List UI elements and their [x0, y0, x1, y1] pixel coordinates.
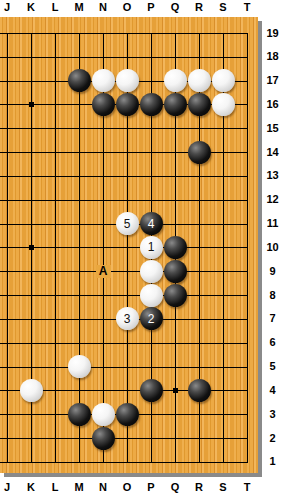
coordinate-label-row-19: 19	[262, 27, 283, 39]
coordinate-label-top-M: M	[71, 1, 87, 13]
go-diagram: JKLMNOPQRST JKLMNOPQRST 1918171615141312…	[0, 0, 284, 500]
black-stone-M3	[68, 403, 91, 426]
coordinate-label-top-O: O	[119, 1, 135, 13]
coordinate-label-top-R: R	[191, 1, 207, 13]
coordinate-label-row-15: 15	[262, 122, 283, 134]
grid-line-row-9	[0, 271, 248, 272]
coordinate-label-bottom-Q: Q	[167, 481, 183, 493]
coordinate-label-row-10: 10	[262, 241, 283, 253]
grid-line-row-12	[0, 200, 248, 201]
coordinate-label-top-K: K	[23, 1, 39, 13]
coordinate-label-top-T: T	[239, 1, 255, 13]
coordinate-label-row-18: 18	[262, 50, 283, 62]
coordinate-label-bottom-L: L	[47, 481, 63, 493]
coordinate-label-row-14: 14	[262, 146, 283, 158]
black-stone-P11-move-4: 4	[140, 212, 163, 235]
coordinate-label-bottom-R: R	[191, 481, 207, 493]
white-stone-M5	[68, 355, 91, 378]
black-stone-P7-move-2: 2	[140, 307, 163, 330]
coordinate-label-row-8: 8	[262, 289, 283, 301]
black-stone-Q8	[164, 284, 187, 307]
coordinate-label-bottom-N: N	[95, 481, 111, 493]
grid-line-row-6	[0, 343, 248, 344]
coordinate-label-row-13: 13	[262, 169, 283, 181]
grid-line-row-14	[0, 152, 248, 153]
coordinate-label-top-L: L	[47, 1, 63, 13]
coordinate-label-bottom-O: O	[119, 481, 135, 493]
coordinate-label-row-9: 9	[262, 265, 283, 277]
black-stone-O3	[116, 403, 139, 426]
grid-line-row-18	[0, 57, 248, 58]
white-stone-R17	[188, 69, 211, 92]
coordinate-label-bottom-J: J	[0, 481, 15, 493]
white-stone-O7-move-3: 3	[116, 307, 139, 330]
white-stone-N17	[92, 69, 115, 92]
coordinate-label-top-J: J	[0, 1, 15, 13]
coordinate-label-row-12: 12	[262, 193, 283, 205]
coordinate-label-row-4: 4	[262, 384, 283, 396]
coordinate-label-bottom-M: M	[71, 481, 87, 493]
black-stone-R14	[188, 141, 211, 164]
black-stone-N2	[92, 427, 115, 450]
coordinate-label-row-6: 6	[262, 336, 283, 348]
coordinate-label-bottom-K: K	[23, 481, 39, 493]
white-stone-Q17	[164, 69, 187, 92]
black-stone-M17	[68, 69, 91, 92]
coordinate-label-row-17: 17	[262, 74, 283, 86]
white-stone-N3	[92, 403, 115, 426]
coordinate-label-top-Q: Q	[167, 1, 183, 13]
black-stone-Q9	[164, 260, 187, 283]
white-stone-O11-move-5: 5	[116, 212, 139, 235]
coordinate-label-top-S: S	[215, 1, 231, 13]
label-marker-A-N9: A	[96, 265, 111, 278]
white-stone-S17	[212, 69, 235, 92]
white-stone-P9	[140, 260, 163, 283]
black-stone-R16	[188, 93, 211, 116]
black-stone-Q10	[164, 236, 187, 259]
white-stone-S16	[212, 93, 235, 116]
star-point-K10	[29, 245, 34, 250]
grid-line-row-1	[0, 462, 248, 463]
coordinate-label-top-P: P	[143, 1, 159, 13]
grid-line-row-5	[0, 367, 248, 368]
star-point-Q4	[173, 388, 178, 393]
coordinate-label-row-7: 7	[262, 312, 283, 324]
coordinate-label-bottom-S: S	[215, 481, 231, 493]
coordinate-label-bottom-T: T	[239, 481, 255, 493]
coordinate-label-bottom-P: P	[143, 481, 159, 493]
grid-line-row-2	[0, 438, 248, 439]
black-stone-O16	[116, 93, 139, 116]
grid-line-row-13	[0, 176, 248, 177]
grid-line-row-19	[0, 33, 248, 34]
black-stone-P16	[140, 93, 163, 116]
black-stone-R4	[188, 379, 211, 402]
coordinate-label-row-1: 1	[262, 455, 283, 467]
coordinate-label-row-3: 3	[262, 408, 283, 420]
grid-line-row-10	[0, 247, 248, 248]
black-stone-P4	[140, 379, 163, 402]
coordinate-label-top-N: N	[95, 1, 111, 13]
white-stone-P10-move-1: 1	[140, 236, 163, 259]
coordinate-label-row-16: 16	[262, 98, 283, 110]
white-stone-P8	[140, 284, 163, 307]
white-stone-O17	[116, 69, 139, 92]
grid-line-row-15	[0, 128, 248, 129]
coordinate-label-row-11: 11	[262, 217, 283, 229]
black-stone-N16	[92, 93, 115, 116]
white-stone-K4	[20, 379, 43, 402]
coordinate-label-row-2: 2	[262, 432, 283, 444]
black-stone-Q16	[164, 93, 187, 116]
coordinate-label-row-5: 5	[262, 360, 283, 372]
grid-line-row-8	[0, 295, 248, 296]
star-point-K16	[29, 102, 34, 107]
